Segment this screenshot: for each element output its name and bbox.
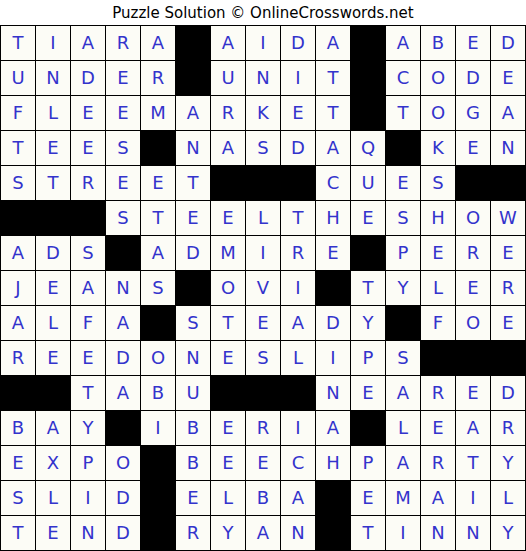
black-cell bbox=[246, 166, 280, 200]
letter-cell: I bbox=[246, 26, 280, 60]
letter-cell: P bbox=[386, 236, 420, 270]
letter-cell: A bbox=[211, 26, 245, 60]
letter-cell: A bbox=[281, 306, 315, 340]
letter-cell: D bbox=[281, 26, 315, 60]
letter-cell: L bbox=[36, 96, 70, 130]
letter-cell: E bbox=[491, 236, 525, 270]
letter-cell: L bbox=[421, 271, 455, 305]
letter-cell: P bbox=[71, 446, 105, 480]
letter-cell: B bbox=[176, 446, 210, 480]
letter-cell: H bbox=[421, 201, 455, 235]
letter-cell: A bbox=[71, 271, 105, 305]
letter-cell: J bbox=[1, 271, 35, 305]
letter-cell: E bbox=[106, 96, 140, 130]
letter-cell: N bbox=[71, 516, 105, 550]
letter-cell: N bbox=[281, 516, 315, 550]
letter-cell: S bbox=[71, 236, 105, 270]
letter-cell: Q bbox=[351, 131, 385, 165]
letter-cell: A bbox=[1, 236, 35, 270]
letter-cell: O bbox=[106, 446, 140, 480]
letter-cell: T bbox=[386, 96, 420, 130]
letter-cell: U bbox=[351, 166, 385, 200]
letter-cell: S bbox=[141, 271, 175, 305]
letter-cell: T bbox=[71, 376, 105, 410]
letter-cell: T bbox=[36, 166, 70, 200]
black-cell bbox=[351, 96, 385, 130]
black-cell bbox=[176, 26, 210, 60]
letter-cell: F bbox=[1, 96, 35, 130]
letter-cell: T bbox=[211, 306, 245, 340]
letter-cell: N bbox=[176, 131, 210, 165]
letter-cell: E bbox=[316, 236, 350, 270]
letter-cell: E bbox=[211, 446, 245, 480]
letter-cell: E bbox=[106, 61, 140, 95]
letter-cell: A bbox=[386, 446, 420, 480]
letter-cell: I bbox=[281, 411, 315, 445]
black-cell bbox=[316, 481, 350, 515]
black-cell bbox=[386, 131, 420, 165]
letter-cell: D bbox=[491, 26, 525, 60]
black-cell bbox=[281, 166, 315, 200]
letter-cell: E bbox=[211, 341, 245, 375]
letter-cell: A bbox=[141, 26, 175, 60]
letter-cell: A bbox=[491, 96, 525, 130]
letter-cell: X bbox=[36, 446, 70, 480]
letter-cell: E bbox=[491, 61, 525, 95]
letter-cell: B bbox=[421, 26, 455, 60]
letter-cell: I bbox=[246, 236, 280, 270]
letter-cell: N bbox=[421, 516, 455, 550]
letter-cell: E bbox=[36, 341, 70, 375]
letter-cell: R bbox=[456, 236, 490, 270]
black-cell bbox=[211, 166, 245, 200]
letter-cell: E bbox=[246, 446, 280, 480]
letter-cell: A bbox=[141, 236, 175, 270]
letter-cell: E bbox=[456, 131, 490, 165]
letter-cell: A bbox=[211, 131, 245, 165]
letter-cell: M bbox=[141, 96, 175, 130]
black-cell bbox=[1, 201, 35, 235]
letter-cell: A bbox=[421, 481, 455, 515]
letter-cell: A bbox=[316, 26, 350, 60]
letter-cell: S bbox=[1, 166, 35, 200]
letter-cell: O bbox=[421, 96, 455, 130]
letter-cell: A bbox=[71, 26, 105, 60]
letter-cell: R bbox=[491, 271, 525, 305]
black-cell bbox=[36, 376, 70, 410]
puzzle-solution-page: Puzzle Solution © OnlineCrosswords.net T… bbox=[0, 0, 526, 551]
black-cell bbox=[351, 411, 385, 445]
black-cell bbox=[351, 26, 385, 60]
letter-cell: O bbox=[456, 306, 490, 340]
black-cell bbox=[246, 376, 280, 410]
letter-cell: B bbox=[141, 376, 175, 410]
letter-cell: D bbox=[456, 61, 490, 95]
letter-cell: N bbox=[316, 376, 350, 410]
letter-cell: E bbox=[351, 481, 385, 515]
letter-cell: B bbox=[1, 411, 35, 445]
letter-cell: V bbox=[246, 271, 280, 305]
letter-cell: E bbox=[281, 96, 315, 130]
letter-cell: R bbox=[1, 341, 35, 375]
letter-cell: C bbox=[316, 166, 350, 200]
letter-cell: T bbox=[351, 516, 385, 550]
letter-cell: E bbox=[386, 166, 420, 200]
letter-cell: Y bbox=[491, 446, 525, 480]
black-cell bbox=[351, 61, 385, 95]
letter-cell: R bbox=[106, 26, 140, 60]
black-cell bbox=[106, 236, 140, 270]
letter-cell: L bbox=[36, 481, 70, 515]
letter-cell: L bbox=[211, 481, 245, 515]
letter-cell: U bbox=[176, 376, 210, 410]
page-title: Puzzle Solution © OnlineCrosswords.net bbox=[0, 0, 526, 25]
letter-cell: T bbox=[351, 271, 385, 305]
letter-cell: T bbox=[316, 61, 350, 95]
letter-cell: E bbox=[36, 271, 70, 305]
letter-cell: K bbox=[246, 96, 280, 130]
letter-cell: A bbox=[1, 306, 35, 340]
letter-cell: S bbox=[421, 166, 455, 200]
letter-cell: H bbox=[316, 446, 350, 480]
black-cell bbox=[141, 446, 175, 480]
letter-cell: P bbox=[351, 341, 385, 375]
letter-cell: T bbox=[456, 446, 490, 480]
letter-cell: A bbox=[246, 516, 280, 550]
letter-cell: S bbox=[246, 341, 280, 375]
letter-cell: T bbox=[1, 516, 35, 550]
black-cell bbox=[491, 166, 525, 200]
letter-cell: I bbox=[71, 481, 105, 515]
letter-cell: S bbox=[246, 131, 280, 165]
letter-cell: E bbox=[351, 201, 385, 235]
black-cell bbox=[351, 236, 385, 270]
letter-cell: N bbox=[106, 271, 140, 305]
letter-cell: L bbox=[36, 306, 70, 340]
black-cell bbox=[106, 411, 140, 445]
letter-cell: R bbox=[246, 411, 280, 445]
letter-cell: Y bbox=[351, 306, 385, 340]
letter-cell: E bbox=[246, 306, 280, 340]
letter-cell: E bbox=[71, 341, 105, 375]
letter-cell: W bbox=[491, 201, 525, 235]
letter-cell: I bbox=[36, 26, 70, 60]
letter-cell: D bbox=[176, 236, 210, 270]
black-cell bbox=[1, 376, 35, 410]
letter-cell: E bbox=[176, 201, 210, 235]
letter-cell: R bbox=[141, 61, 175, 95]
letter-cell: H bbox=[316, 201, 350, 235]
letter-cell: D bbox=[106, 481, 140, 515]
letter-cell: T bbox=[1, 131, 35, 165]
black-cell bbox=[141, 516, 175, 550]
letter-cell: E bbox=[141, 166, 175, 200]
black-cell bbox=[456, 166, 490, 200]
letter-cell: D bbox=[36, 236, 70, 270]
letter-cell: E bbox=[71, 131, 105, 165]
letter-cell: B bbox=[176, 411, 210, 445]
letter-cell: I bbox=[456, 481, 490, 515]
letter-cell: T bbox=[281, 201, 315, 235]
letter-cell: O bbox=[421, 61, 455, 95]
letter-cell: D bbox=[71, 61, 105, 95]
letter-cell: U bbox=[211, 61, 245, 95]
letter-cell: T bbox=[1, 26, 35, 60]
letter-cell: R bbox=[281, 236, 315, 270]
letter-cell: E bbox=[491, 306, 525, 340]
letter-cell: E bbox=[456, 376, 490, 410]
letter-cell: D bbox=[106, 341, 140, 375]
black-cell bbox=[421, 341, 455, 375]
black-cell bbox=[176, 61, 210, 95]
letter-cell: C bbox=[281, 446, 315, 480]
black-cell bbox=[316, 516, 350, 550]
letter-cell: S bbox=[106, 131, 140, 165]
letter-cell: T bbox=[141, 201, 175, 235]
letter-cell: A bbox=[316, 131, 350, 165]
black-cell bbox=[71, 201, 105, 235]
letter-cell: A bbox=[456, 411, 490, 445]
letter-cell: R bbox=[211, 96, 245, 130]
black-cell bbox=[281, 376, 315, 410]
letter-cell: O bbox=[211, 271, 245, 305]
letter-cell: E bbox=[211, 411, 245, 445]
letter-cell: E bbox=[421, 236, 455, 270]
letter-cell: I bbox=[281, 61, 315, 95]
letter-cell: E bbox=[36, 131, 70, 165]
letter-cell: A bbox=[386, 26, 420, 60]
letter-cell: M bbox=[211, 236, 245, 270]
black-cell bbox=[211, 376, 245, 410]
letter-cell: E bbox=[1, 446, 35, 480]
letter-cell: I bbox=[316, 341, 350, 375]
letter-cell: A bbox=[176, 96, 210, 130]
letter-cell: A bbox=[386, 376, 420, 410]
letter-cell: E bbox=[36, 516, 70, 550]
black-cell bbox=[141, 131, 175, 165]
letter-cell: L bbox=[246, 201, 280, 235]
letter-cell: E bbox=[106, 166, 140, 200]
letter-cell: A bbox=[106, 376, 140, 410]
letter-cell: S bbox=[386, 201, 420, 235]
letter-cell: E bbox=[211, 201, 245, 235]
letter-cell: A bbox=[281, 481, 315, 515]
letter-cell: R bbox=[71, 166, 105, 200]
black-cell bbox=[386, 306, 420, 340]
letter-cell: Y bbox=[71, 411, 105, 445]
letter-cell: U bbox=[1, 61, 35, 95]
letter-cell: D bbox=[316, 306, 350, 340]
letter-cell: L bbox=[491, 481, 525, 515]
letter-cell: S bbox=[106, 201, 140, 235]
letter-cell: N bbox=[36, 61, 70, 95]
letter-cell: A bbox=[316, 411, 350, 445]
letter-cell: I bbox=[141, 411, 175, 445]
letter-cell: Y bbox=[491, 516, 525, 550]
letter-cell: Y bbox=[386, 271, 420, 305]
letter-cell: R bbox=[421, 376, 455, 410]
letter-cell: D bbox=[491, 376, 525, 410]
letter-cell: K bbox=[421, 131, 455, 165]
letter-cell: E bbox=[456, 26, 490, 60]
letter-cell: O bbox=[141, 341, 175, 375]
letter-cell: E bbox=[456, 271, 490, 305]
letter-cell: T bbox=[176, 166, 210, 200]
letter-cell: N bbox=[456, 516, 490, 550]
letter-cell: I bbox=[386, 516, 420, 550]
black-cell bbox=[176, 271, 210, 305]
black-cell bbox=[491, 341, 525, 375]
letter-cell: Y bbox=[211, 516, 245, 550]
letter-cell: A bbox=[106, 306, 140, 340]
letter-cell: D bbox=[106, 516, 140, 550]
letter-cell: E bbox=[421, 411, 455, 445]
crossword-grid: TIARAAIDAABEDUNDERUNITCODEFLEEMARKETTOGA… bbox=[0, 25, 526, 551]
letter-cell: R bbox=[491, 411, 525, 445]
black-cell bbox=[141, 306, 175, 340]
letter-cell: L bbox=[281, 341, 315, 375]
letter-cell: P bbox=[351, 446, 385, 480]
letter-cell: R bbox=[421, 446, 455, 480]
black-cell bbox=[141, 481, 175, 515]
letter-cell: D bbox=[281, 131, 315, 165]
letter-cell: B bbox=[246, 481, 280, 515]
letter-cell: C bbox=[386, 61, 420, 95]
letter-cell: M bbox=[386, 481, 420, 515]
letter-cell: O bbox=[456, 201, 490, 235]
letter-cell: F bbox=[71, 306, 105, 340]
letter-cell: I bbox=[281, 271, 315, 305]
letter-cell: G bbox=[456, 96, 490, 130]
letter-cell: R bbox=[176, 516, 210, 550]
letter-cell: N bbox=[176, 341, 210, 375]
letter-cell: S bbox=[176, 306, 210, 340]
letter-cell: E bbox=[351, 376, 385, 410]
letter-cell: A bbox=[36, 411, 70, 445]
black-cell bbox=[316, 271, 350, 305]
letter-cell: S bbox=[1, 481, 35, 515]
letter-cell: N bbox=[491, 131, 525, 165]
letter-cell: E bbox=[71, 96, 105, 130]
letter-cell: E bbox=[176, 481, 210, 515]
letter-cell: F bbox=[421, 306, 455, 340]
black-cell bbox=[36, 201, 70, 235]
letter-cell: L bbox=[386, 411, 420, 445]
letter-cell: T bbox=[316, 96, 350, 130]
black-cell bbox=[456, 341, 490, 375]
letter-cell: S bbox=[386, 341, 420, 375]
letter-cell: N bbox=[246, 61, 280, 95]
